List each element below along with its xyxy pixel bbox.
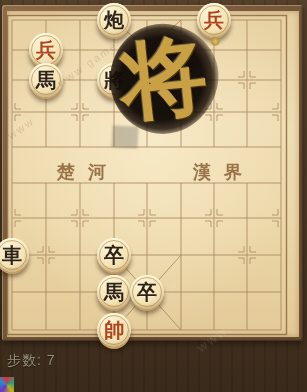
- piece-black-f3r7[interactable]: 卒: [97, 238, 131, 272]
- translucent-square-artifact: [111, 125, 138, 148]
- piece-character: 車: [171, 40, 191, 60]
- piece-character: 馬: [36, 70, 56, 90]
- piece-black-f3r0[interactable]: 炮: [97, 3, 131, 37]
- piece-character: 卒: [137, 282, 157, 302]
- river-label-left: 楚河: [57, 160, 119, 184]
- move-counter: 步数: 7: [7, 352, 56, 370]
- river-label-right: 漢界: [193, 160, 255, 184]
- piece-character: 兵: [36, 40, 56, 60]
- piece-black-f1r2[interactable]: 馬: [29, 63, 63, 97]
- piece-character: 卒: [104, 245, 124, 265]
- piece-red-f6r0[interactable]: 兵: [197, 3, 231, 37]
- corner-noise-artifact: [0, 377, 14, 392]
- piece-character: 將: [104, 70, 124, 90]
- piece-character: 兵: [204, 10, 224, 30]
- piece-character: 馬: [104, 282, 124, 302]
- piece-character: 炮: [104, 10, 124, 30]
- piece-red-f5r1[interactable]: 車: [164, 33, 198, 67]
- piece-red-f1r1[interactable]: 兵: [29, 33, 63, 67]
- piece-black-f3r2[interactable]: 將: [97, 63, 131, 97]
- piece-character: 車: [2, 245, 22, 265]
- piece-red-f3r9[interactable]: 帥: [97, 313, 131, 347]
- piece-black-f3r8[interactable]: 馬: [97, 275, 131, 309]
- piece-character: 帥: [104, 320, 124, 340]
- xiangqi-app-screen: 楚河 漢界 炮兵兵車馬將車卒馬卒帥 将 www game www www. ww…: [0, 0, 307, 392]
- piece-black-f4r8[interactable]: 卒: [130, 275, 164, 309]
